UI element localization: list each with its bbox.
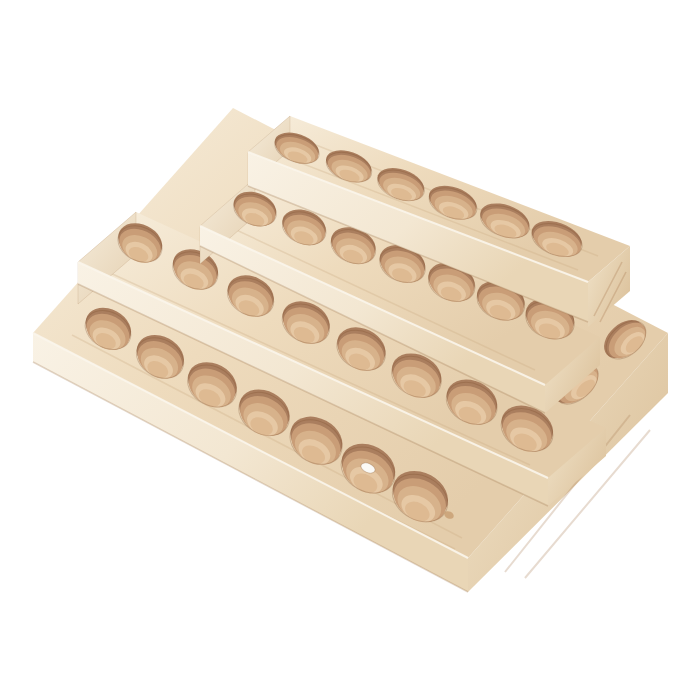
wooden-display-stand-photo <box>0 0 700 700</box>
product-photo-canvas <box>0 0 700 700</box>
